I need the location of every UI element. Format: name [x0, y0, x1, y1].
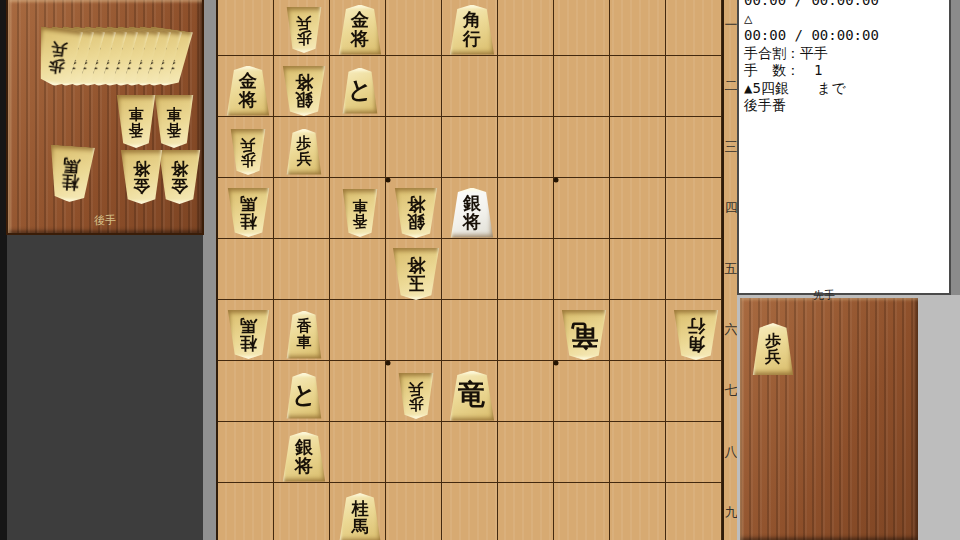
square-6六[interactable] — [386, 300, 442, 361]
piece-kanji: 香 — [129, 122, 144, 137]
square-2一[interactable] — [610, 0, 666, 56]
piece-kanji: 車 — [129, 106, 144, 121]
square-1二[interactable] — [666, 56, 722, 117]
piece-kei[interactable]: 桂馬 — [46, 144, 96, 203]
piece-kanji: 香 — [167, 122, 182, 137]
square-1五[interactable] — [666, 239, 722, 300]
square-4八[interactable] — [498, 422, 554, 483]
piece-kyo[interactable]: 香車 — [116, 95, 156, 148]
piece-kanji: 将 — [407, 255, 425, 273]
board-star-point — [386, 361, 391, 366]
square-9五[interactable] — [218, 239, 274, 300]
square-5五[interactable] — [442, 239, 498, 300]
piece-kanji: 桂 — [240, 213, 257, 230]
square-2六[interactable] — [610, 300, 666, 361]
piece-kanji: 馬 — [352, 518, 369, 535]
side-to-move-line: 後手番 — [744, 97, 949, 115]
piece-kanji: と — [292, 383, 317, 407]
piece-kanji: 角 — [687, 335, 705, 353]
piece-kanji: 将 — [133, 160, 150, 177]
square-5六[interactable] — [442, 300, 498, 361]
piece-kanji: 兵 — [241, 136, 256, 151]
square-5三[interactable] — [442, 117, 498, 178]
square-6二[interactable] — [386, 56, 442, 117]
piece-kin[interactable]: 金将 — [158, 150, 201, 204]
square-3一[interactable] — [554, 0, 610, 56]
piece-kanji: 兵 — [409, 380, 424, 395]
square-5八[interactable] — [442, 422, 498, 483]
square-7八[interactable] — [330, 422, 386, 483]
piece-kanji: 桂 — [240, 335, 257, 352]
square-8五[interactable] — [274, 239, 330, 300]
piece-kanji: 将 — [239, 91, 257, 109]
square-6一[interactable] — [386, 0, 442, 56]
square-8九[interactable] — [274, 483, 330, 540]
square-1七[interactable] — [666, 361, 722, 422]
sente-clock: 00:00 / 00:00:00 — [744, 0, 949, 10]
square-3三[interactable] — [554, 117, 610, 178]
piece-kin[interactable]: 金将 — [120, 150, 163, 204]
board-star-point — [386, 178, 391, 183]
piece-fu[interactable]: 歩兵 — [752, 323, 794, 375]
rank-label-6: 六 — [724, 322, 738, 338]
square-9一[interactable] — [218, 0, 274, 56]
square-3八[interactable] — [554, 422, 610, 483]
square-6三[interactable] — [386, 117, 442, 178]
piece-kanji: 銀 — [295, 438, 313, 456]
piece-kanji: 銀 — [407, 213, 425, 231]
game-info-panel: 00:00 / 00:00:00 △ 00:00 / 00:00:00 手合割：… — [737, 0, 951, 295]
square-1三[interactable] — [666, 117, 722, 178]
piece-kanji: 将 — [295, 72, 313, 90]
square-6九[interactable] — [386, 483, 442, 540]
piece-kanji: 馬 — [240, 195, 257, 212]
rank-label-1: 一 — [724, 17, 738, 33]
piece-kanji: 車 — [353, 197, 368, 212]
piece-kanji: 銀 — [463, 194, 481, 212]
shogi-app-window: 後手 歩兵歩兵歩兵歩兵歩兵歩兵歩兵歩兵歩兵歩兵歩兵香車香車桂馬金将金将 歩兵金将… — [0, 0, 960, 540]
square-9七[interactable] — [218, 361, 274, 422]
last-move-line: ▲5四銀 まで — [744, 80, 949, 98]
move-number-line: 手 数： 1 — [744, 62, 949, 80]
square-9八[interactable] — [218, 422, 274, 483]
square-7六[interactable] — [330, 300, 386, 361]
rank-label-9: 九 — [724, 505, 738, 521]
square-3五[interactable] — [554, 239, 610, 300]
square-7三[interactable] — [330, 117, 386, 178]
square-4六[interactable] — [498, 300, 554, 361]
gote-tray-label: 後手 — [94, 215, 116, 227]
piece-kanji: 銀 — [295, 91, 313, 109]
piece-kanji: 車 — [167, 106, 182, 121]
square-1八[interactable] — [666, 422, 722, 483]
square-4五[interactable] — [498, 239, 554, 300]
square-3七[interactable] — [554, 361, 610, 422]
square-6八[interactable] — [386, 422, 442, 483]
sente-captured-tray: 歩兵 — [740, 298, 918, 540]
gote-turn-marker: △ — [744, 10, 949, 28]
square-2二[interactable] — [610, 56, 666, 117]
piece-kanji: 角 — [463, 11, 481, 29]
piece-kanji: 行 — [463, 30, 481, 48]
piece-kanji: 兵 — [50, 40, 68, 58]
piece-kanji: 車 — [297, 335, 312, 350]
piece-kanji: と — [348, 78, 373, 102]
bottom-right-area: 先手 歩兵 — [737, 295, 960, 540]
piece-kanji: 桂 — [352, 500, 369, 517]
square-2八[interactable] — [610, 422, 666, 483]
square-2四[interactable] — [610, 178, 666, 239]
square-7七[interactable] — [330, 361, 386, 422]
square-2五[interactable] — [610, 239, 666, 300]
square-4二[interactable] — [498, 56, 554, 117]
board-star-point — [554, 178, 559, 183]
piece-kanji: 兵 — [297, 14, 312, 29]
square-5九[interactable] — [442, 483, 498, 540]
square-1一[interactable] — [666, 0, 722, 56]
piece-kanji: 金 — [133, 177, 150, 194]
piece-kanji: 竜 — [570, 320, 598, 349]
rank-label-5: 五 — [724, 261, 738, 277]
piece-kanji: 玉 — [407, 274, 425, 292]
board-star-point — [554, 361, 559, 366]
piece-kanji: 将 — [463, 213, 481, 231]
square-7五[interactable] — [330, 239, 386, 300]
piece-kyo[interactable]: 香車 — [154, 95, 194, 148]
piece-kanji: 将 — [351, 30, 369, 48]
rank-label-4: 四 — [724, 200, 738, 216]
piece-kanji: 兵 — [765, 349, 781, 365]
rank-label-2: 二 — [724, 78, 738, 94]
square-9九[interactable] — [218, 483, 274, 540]
square-8四[interactable] — [274, 178, 330, 239]
piece-kanji: 将 — [407, 194, 425, 212]
piece-kanji: 行 — [687, 316, 705, 334]
square-3二[interactable] — [554, 56, 610, 117]
square-2九[interactable] — [610, 483, 666, 540]
square-3九[interactable] — [554, 483, 610, 540]
piece-kanji: 将 — [295, 457, 313, 475]
square-4九[interactable] — [498, 483, 554, 540]
square-4三[interactable] — [498, 117, 554, 178]
square-1九[interactable] — [666, 483, 722, 540]
square-2七[interactable] — [610, 361, 666, 422]
handicap-line: 手合割：平手 — [744, 45, 949, 63]
square-4一[interactable] — [498, 0, 554, 56]
piece-kanji: 馬 — [240, 317, 257, 334]
piece-kanji: 馬 — [63, 156, 81, 174]
square-5二[interactable] — [442, 56, 498, 117]
square-4七[interactable] — [498, 361, 554, 422]
square-2三[interactable] — [610, 117, 666, 178]
piece-kanji: 金 — [239, 72, 257, 90]
sente-tray-label: 先手 — [813, 290, 835, 302]
board-area: 歩兵金将角行金将銀将と歩兵歩兵桂馬香車銀将銀将玉将桂馬香車竜角行と歩兵竜銀将桂馬 — [216, 0, 738, 540]
square-3四[interactable] — [554, 178, 610, 239]
gote-captured-tray: 後手 歩兵歩兵歩兵歩兵歩兵歩兵歩兵歩兵歩兵歩兵歩兵香車香車桂馬金将金将 — [6, 0, 204, 235]
shogi-board: 歩兵金将角行金将銀将と歩兵歩兵桂馬香車銀将銀将玉将桂馬香車竜角行と歩兵竜銀将桂馬 — [216, 0, 724, 540]
rank-label-8: 八 — [724, 444, 738, 460]
piece-kanji: 将 — [171, 160, 188, 177]
piece-kanji: 竜 — [458, 381, 486, 410]
gote-clock: 00:00 / 00:00:00 — [744, 27, 949, 45]
piece-kanji: 兵 — [297, 152, 312, 167]
square-1四[interactable] — [666, 178, 722, 239]
piece-kanji: 金 — [171, 177, 188, 194]
square-4四[interactable] — [498, 178, 554, 239]
rank-label-3: 三 — [724, 139, 738, 155]
piece-kanji: 金 — [351, 11, 369, 29]
rank-label-7: 七 — [724, 383, 738, 399]
